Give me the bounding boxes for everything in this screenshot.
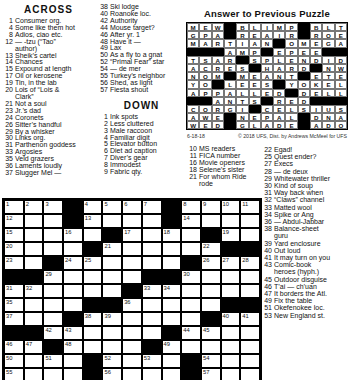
cell-number: 17 [124, 229, 130, 236]
grid-cell-r11c10[interactable] [181, 340, 201, 354]
grid-cell-r4c10[interactable] [181, 242, 201, 256]
grid-cell-r4c4[interactable] [63, 242, 83, 256]
answer-cell-r11c7: C [261, 105, 273, 113]
cell-number: 35 [6, 299, 12, 306]
grid-cell-r11c11[interactable] [201, 340, 221, 354]
grid-cell-r12c8[interactable]: 53 [142, 354, 162, 368]
grid-cell-r7c10[interactable] [181, 284, 201, 298]
answer-cell-r13c1: W [187, 121, 199, 129]
grid-cell-r12c13[interactable] [240, 354, 260, 368]
cell-number: 19 [223, 229, 229, 236]
answer-cell-r6c9: R [285, 64, 297, 72]
grid-cell-r6c6[interactable] [102, 270, 122, 284]
grid-cell-r2c12[interactable] [221, 214, 241, 228]
grid-cell-r7c12[interactable] [221, 284, 241, 298]
grid-cell-r4c9[interactable] [162, 242, 182, 256]
grid-cell-r9c9[interactable] [162, 312, 182, 326]
cell-number: 49 [164, 341, 170, 348]
grid-cell-r6c13[interactable] [240, 270, 260, 284]
answer-cell-r5c4: R [224, 56, 236, 64]
grid-cell-r7c3[interactable] [43, 284, 63, 298]
answer-cell-r9c10: D [298, 89, 310, 97]
grid-cell-r11c2[interactable]: 47 [24, 340, 44, 354]
grid-cell-r9c2[interactable] [24, 312, 44, 326]
answer-cell-r9c4: A [224, 89, 236, 97]
answer-cell-r12c6: E [249, 113, 261, 121]
grid-cell-r9c5[interactable]: 38 [83, 312, 103, 326]
answer-cell-r3c4: T [224, 39, 236, 47]
grid-cell-r3c2[interactable] [24, 228, 44, 242]
answer-cell-r13c6: L [249, 121, 261, 129]
cell-number: 10 [223, 201, 229, 208]
block-cell-r8c13 [240, 298, 260, 312]
grid-cell-r11c5[interactable] [83, 340, 103, 354]
cell-number: 26 [203, 257, 209, 264]
grid-cell-r1c13[interactable]: 11 [240, 200, 260, 214]
grid-cell-r1c12[interactable]: 10 [221, 200, 241, 214]
clue-number: 41 [261, 254, 274, 261]
block-cell-r12c10 [181, 354, 201, 368]
grid-cell-r5c1[interactable]: 23 [4, 256, 24, 270]
cell-number: 23 [6, 257, 12, 264]
grid-cell-r6c4[interactable] [63, 270, 83, 284]
cell-number: 21 [104, 243, 110, 250]
grid-cell-r7c1[interactable]: 31 [4, 284, 24, 298]
clue-down-9: 9Fabric qty. [97, 169, 186, 176]
grid-cell-r12c7[interactable] [122, 354, 142, 368]
cell-number: 7 [144, 201, 147, 208]
cell-number: 52 [104, 355, 110, 362]
answer-cell-r1c10 [298, 23, 310, 31]
answer-panel-title: Answer to Previous Puzzle [186, 8, 348, 19]
answer-cell-r10c2 [199, 97, 211, 105]
grid-cell-r6c10[interactable]: 30 [181, 270, 201, 284]
grid-cell-r12c3[interactable]: 51 [43, 354, 63, 368]
grid-cell-r2c1[interactable]: 12 [4, 214, 24, 228]
cell-number: 14 [183, 215, 189, 222]
grid-cell-r6c11[interactable] [201, 270, 221, 284]
clue-number: 31 [261, 189, 274, 196]
answer-cell-r3c10: M [298, 39, 310, 47]
answer-cell-r12c13: A [335, 113, 347, 121]
grid-cell-r2c7[interactable] [122, 214, 142, 228]
answer-cell-r3c5: I [236, 39, 248, 47]
answer-cell-r5c8: L [273, 56, 285, 64]
grid-cell-r11c1[interactable]: 46 [4, 340, 24, 354]
clue-number: 20 [2, 87, 15, 101]
clue-text: Kind of soup [274, 182, 332, 189]
grid-cell-r10c7[interactable] [122, 326, 142, 340]
grid-cell-r8c10[interactable] [181, 298, 201, 312]
grid-cell-r13c1[interactable]: 55 [4, 368, 24, 380]
cell-number: 20 [6, 243, 12, 250]
grid-cell-r1c8[interactable]: 7 [142, 200, 162, 214]
clue-text: It borders the Atl. [274, 290, 332, 297]
clue-number: 25 [261, 153, 274, 160]
clue-number: 21 [186, 174, 199, 188]
answer-cell-r8c3 [212, 80, 224, 88]
cell-number: 55 [6, 369, 12, 376]
across-header: ACROSS [2, 4, 95, 15]
grid-cell-r2c3[interactable] [43, 214, 63, 228]
grid-cell-r13c3[interactable] [43, 368, 63, 380]
answer-cell-r11c8: E [273, 105, 285, 113]
answer-cell-r3c2: A [199, 39, 211, 47]
clue-down-51: 51Okefenokee loc. [261, 304, 350, 311]
grid-cell-r2c10[interactable]: 14 [181, 214, 201, 228]
grid-cell-r8c3[interactable] [43, 298, 63, 312]
answer-cell-r5c1: T [187, 56, 199, 64]
grid-cell-r1c10[interactable]: 8 [181, 200, 201, 214]
answer-cell-r4c13 [335, 48, 347, 56]
puzzle-grid: 1234567891011121314151617181920212223242… [2, 198, 262, 380]
cell-number: 48 [65, 341, 71, 348]
cell-number: 3 [45, 201, 48, 208]
grid-cell-r13c8[interactable] [142, 368, 162, 380]
answer-cell-r7c5: M [236, 72, 248, 80]
grid-cell-r8c8[interactable] [142, 298, 162, 312]
cell-number: 9 [203, 201, 206, 208]
answer-cell-r9c6: L [249, 89, 261, 97]
clue-text: Okefenokee loc. [274, 304, 332, 311]
answer-cell-r3c11: E [310, 39, 322, 47]
answer-cell-r3c3: R [212, 39, 224, 47]
cell-number: 42 [45, 327, 51, 334]
cell-number: 18 [164, 229, 170, 236]
across-clue-list-continued: 38Ski lodge40Roanoke loc.42Authority44Mo… [97, 4, 186, 94]
block-cell-r9c4 [63, 312, 83, 326]
grid-cell-r11c9[interactable]: 49 [162, 340, 182, 354]
grid-cell-r10c5[interactable] [83, 326, 103, 340]
answer-cell-r11c1: C [187, 105, 199, 113]
grid-cell-r2c6[interactable] [102, 214, 122, 228]
answer-cell-r12c7: P [261, 113, 273, 121]
grid-cell-r13c13[interactable] [240, 368, 260, 380]
clue-down-22: 22Egad! [261, 146, 350, 153]
answer-cell-r1c2: E [199, 23, 211, 31]
grid-cell-r2c5[interactable]: 13 [83, 214, 103, 228]
grid-cell-r12c12[interactable] [221, 354, 241, 368]
clue-number: 12 [2, 39, 15, 53]
grid-cell-r4c11[interactable]: 22 [201, 242, 221, 256]
grid-cell-r1c1[interactable]: 1 [4, 200, 24, 214]
grid-cell-r10c12[interactable] [221, 326, 241, 340]
grid-cell-r1c11[interactable]: 9 [201, 200, 221, 214]
block-cell-r6c9 [162, 270, 182, 284]
grid-cell-r8c1[interactable]: 35 [4, 298, 24, 312]
answer-cell-r2c8: I [273, 31, 285, 39]
grid-cell-r7c9[interactable]: 34 [162, 284, 182, 298]
grid-cell-r5c2[interactable] [24, 256, 44, 270]
answer-cell-r1c7: I [261, 23, 273, 31]
block-cell-r3c11 [201, 228, 221, 242]
grid-cell-r9c10[interactable] [181, 312, 201, 326]
grid-cell-r7c4[interactable] [63, 284, 83, 298]
answer-cell-r6c7: H [261, 64, 273, 72]
grid-cell-r10c8[interactable] [142, 326, 162, 340]
grid-cell-r1c3[interactable]: 3 [43, 200, 63, 214]
block-cell-r7c7 [122, 284, 142, 298]
grid-cell-r13c11[interactable]: 57 [201, 368, 221, 380]
grid-cell-r10c10[interactable]: 44 [181, 326, 201, 340]
grid-cell-r11c12[interactable] [221, 340, 241, 354]
answer-cell-r2c4 [224, 31, 236, 39]
answer-cell-r10c8: R [273, 97, 285, 105]
answer-cell-r5c2: S [199, 56, 211, 64]
block-cell-r5c3 [43, 256, 63, 270]
grid-cell-r8c2[interactable] [24, 298, 44, 312]
answer-cell-r4c10: E [298, 48, 310, 56]
clue-text: Lois of “Lois & Clark” [15, 87, 77, 101]
grid-cell-r3c7[interactable]: 17 [122, 228, 142, 242]
grid-cell-r13c9[interactable] [162, 368, 182, 380]
cell-number: 53 [144, 355, 150, 362]
cell-number: 40 [223, 313, 229, 320]
grid-cell-r13c7[interactable] [122, 368, 142, 380]
grid-cell-r1c6[interactable]: 5 [102, 200, 122, 214]
answer-cell-r13c5: G [236, 121, 248, 129]
clue-down-28: 28— de deux [261, 168, 350, 175]
clue-down-49: 49Fix the table [261, 297, 350, 304]
grid-cell-r2c8[interactable] [142, 214, 162, 228]
answer-cell-r10c10: D [298, 97, 310, 105]
answer-cell-r8c6: E [249, 80, 261, 88]
grid-cell-r4c1[interactable]: 20 [4, 242, 24, 256]
grid-cell-r12c4[interactable] [63, 354, 83, 368]
clue-down-25: 25Quest ender? [261, 153, 350, 160]
grid-cell-r3c5[interactable] [83, 228, 103, 242]
cell-number: 57 [203, 369, 209, 376]
answer-cell-r10c6: S [249, 97, 261, 105]
grid-cell-r3c10[interactable] [181, 228, 201, 242]
clue-text: It may turn on you [274, 254, 332, 261]
grid-cell-r1c5[interactable]: 4 [83, 200, 103, 214]
answer-cell-r10c3: A [212, 97, 224, 105]
answer-cell-r12c10 [298, 113, 310, 121]
answer-cell-r12c1: A [187, 113, 199, 121]
cell-number: 56 [104, 369, 110, 376]
answer-cell-r1c11: B [310, 23, 322, 31]
cell-number: 33 [144, 285, 150, 292]
clue-text: Execs [274, 160, 332, 167]
grid-cell-r9c6[interactable]: 39 [102, 312, 122, 326]
clue-down-29: 29Whitewater thriller [261, 175, 350, 182]
answer-cell-r2c10 [298, 31, 310, 39]
clue-text: Egad! [274, 146, 332, 153]
answer-cell-r9c5: L [236, 89, 248, 97]
answer-cell-r13c4 [224, 121, 236, 129]
answer-cell-r13c3: D [212, 121, 224, 129]
grid-cell-r3c9[interactable]: 18 [162, 228, 182, 242]
grid-cell-r5c9[interactable] [162, 256, 182, 270]
clue-down-33: 33Matted wool [261, 204, 350, 211]
grid-cell-r4c7[interactable] [122, 242, 142, 256]
grid-cell-r3c13[interactable] [240, 228, 260, 242]
grid-cell-r1c2[interactable]: 2 [24, 200, 44, 214]
clue-down-36: 36— Abdul-Jabbar [261, 218, 350, 225]
grid-cell-r13c2[interactable] [24, 368, 44, 380]
answer-cell-r13c8: D [273, 121, 285, 129]
grid-cell-r5c6[interactable] [102, 256, 122, 270]
grid-cell-r12c2[interactable] [24, 354, 44, 368]
clue-down-40: 40Out loud [261, 247, 350, 254]
grid-cell-r11c4[interactable]: 48 [63, 340, 83, 354]
grid-cell-r5c13[interactable]: 28 [240, 256, 260, 270]
clue-text: Slugger Mel — [15, 170, 77, 177]
answer-cell-r11c11: I [310, 105, 322, 113]
grid-cell-r11c7[interactable] [122, 340, 142, 354]
crossword-page: ACROSS 1Consumer org.4Some like them hot… [0, 0, 350, 380]
grid-cell-r5c7[interactable] [122, 256, 142, 270]
answer-cell-r2c9: R [285, 31, 297, 39]
grid-cell-r13c12[interactable] [221, 368, 241, 380]
block-cell-r2c4 [63, 214, 83, 228]
clue-across-57: 57Fiesta shout [97, 87, 186, 94]
clue-text: Balance-sheet guru [274, 225, 332, 239]
grid-cell-r3c12[interactable]: 19 [221, 228, 241, 242]
grid-cell-r10c13[interactable] [240, 326, 260, 340]
grid-cell-r10c6[interactable] [102, 326, 122, 340]
grid-cell-r4c2[interactable] [24, 242, 44, 256]
grid-cell-r8c9[interactable] [162, 298, 182, 312]
grid-cell-r7c11[interactable] [201, 284, 221, 298]
answer-cell-r8c10: O [298, 80, 310, 88]
answer-cell-r8c1: Y [187, 80, 199, 88]
answer-cell-r9c13: L [335, 89, 347, 97]
block-cell-r6c1 [4, 270, 24, 284]
grid-cell-r6c3[interactable]: 29 [43, 270, 63, 284]
grid-cell-r6c12[interactable] [221, 270, 241, 284]
clue-number: 43 [261, 261, 274, 275]
answer-cell-r4c12 [322, 48, 334, 56]
answer-cell-r10c7 [261, 97, 273, 105]
grid-cell-r7c5[interactable] [83, 284, 103, 298]
grid-cell-r10c11[interactable]: 45 [201, 326, 221, 340]
grid-cell-r9c8[interactable] [142, 312, 162, 326]
grid-cell-r7c6[interactable] [102, 284, 122, 298]
grid-cell-r2c11[interactable] [201, 214, 221, 228]
cell-number: 2 [26, 201, 29, 208]
grid-cell-r12c11[interactable]: 54 [201, 354, 221, 368]
clue-text: Out loud [274, 247, 332, 254]
block-cell-r8c6 [102, 298, 122, 312]
cell-number: 16 [65, 229, 71, 236]
grid-cell-r6c7[interactable] [122, 270, 142, 284]
clue-across-12: 12— -tzu (“Tao” author) [2, 39, 95, 53]
answer-cell-r4c3 [212, 48, 224, 56]
answer-cell-r6c13: W [335, 64, 347, 72]
grid-cell-r8c11[interactable] [201, 298, 221, 312]
puzzle-date: 6-18-18 [187, 133, 205, 139]
clue-text: Fix the table [274, 297, 332, 304]
grid-cell-r9c13[interactable]: 41 [240, 312, 260, 326]
grid-cell-r4c6[interactable]: 21 [102, 242, 122, 256]
grid-cell-r3c8[interactable] [142, 228, 162, 242]
grid-cell-r9c12[interactable]: 40 [221, 312, 241, 326]
clue-text: — de deux [274, 168, 332, 175]
grid-cell-r11c6[interactable] [102, 340, 122, 354]
clue-number: 57 [97, 87, 110, 94]
clue-text: Yard enclosure [274, 240, 332, 247]
answer-cell-r1c4 [224, 23, 236, 31]
grid-cell-r13c6[interactable]: 56 [102, 368, 122, 380]
answer-cell-r2c12: O [322, 31, 334, 39]
grid-cell-r5c4[interactable]: 24 [63, 256, 83, 270]
answer-cell-r2c11: R [310, 31, 322, 39]
answer-cell-r5c13: D [335, 56, 347, 64]
grid-cell-r5c5[interactable]: 25 [83, 256, 103, 270]
answer-cell-r4c7 [261, 48, 273, 56]
grid-cell-r4c3[interactable] [43, 242, 63, 256]
answer-cell-r2c6: E [249, 31, 261, 39]
answer-cell-r1c12: L [322, 23, 334, 31]
cell-number: 50 [6, 355, 12, 362]
clue-number: 22 [261, 146, 274, 153]
cell-number: 5 [104, 201, 107, 208]
grid-cell-r9c1[interactable]: 37 [4, 312, 24, 326]
clue-text: Way back when [274, 189, 332, 196]
grid-cell-r5c12[interactable]: 27 [221, 256, 241, 270]
grid-cell-r10c4[interactable]: 43 [63, 326, 83, 340]
grid-cell-r1c7[interactable]: 6 [122, 200, 142, 214]
grid-cell-r5c11[interactable]: 26 [201, 256, 221, 270]
answer-cell-r5c12: I [322, 56, 334, 64]
grid-cell-r9c7[interactable] [122, 312, 142, 326]
grid-cell-r2c13[interactable] [240, 214, 260, 228]
grid-cell-r3c3[interactable] [43, 228, 63, 242]
grid-cell-r12c9[interactable] [162, 354, 182, 368]
answer-cell-r5c9: E [285, 56, 297, 64]
clue-number: 36 [261, 218, 274, 225]
grid-cell-r11c13[interactable] [240, 340, 260, 354]
cell-number: 47 [26, 341, 32, 348]
grid-cell-r12c6[interactable]: 52 [102, 354, 122, 368]
answer-cell-r7c8: N [273, 72, 285, 80]
clue-down-30: 30Kind of soup [261, 182, 350, 189]
grid-cell-r2c2[interactable] [24, 214, 44, 228]
block-cell-r8c12 [221, 298, 241, 312]
grid-cell-r8c7[interactable]: 36 [122, 298, 142, 312]
grid-cell-r4c8[interactable] [142, 242, 162, 256]
grid-cell-r10c3[interactable]: 42 [43, 326, 63, 340]
grid-cell-r5c8[interactable] [142, 256, 162, 270]
answer-cell-r8c4: L [224, 80, 236, 88]
grid-cell-r7c2[interactable]: 32 [24, 284, 44, 298]
answer-cell-r10c12 [322, 97, 334, 105]
answer-cell-r4c1 [187, 48, 199, 56]
answer-cell-r9c2: P [199, 89, 211, 97]
clue-text: Whitewater thriller [274, 175, 332, 182]
clue-number: 37 [2, 170, 15, 177]
cell-number: 44 [183, 327, 189, 334]
answer-cell-r6c8: A [273, 64, 285, 72]
answer-cell-r6c12: N [322, 64, 334, 72]
answer-cell-r13c11: A [310, 121, 322, 129]
block-cell-r4c12 [221, 242, 241, 256]
answer-cell-r12c8: A [273, 113, 285, 121]
grid-cell-r7c13[interactable] [240, 284, 260, 298]
grid-cell-r8c4[interactable] [63, 298, 83, 312]
grid-cell-r6c5[interactable] [83, 270, 103, 284]
clue-down-53: 53New England st. [261, 312, 350, 319]
grid-cell-r7c8[interactable]: 33 [142, 284, 162, 298]
grid-cell-r3c1[interactable]: 15 [4, 228, 24, 242]
grid-cell-r12c1[interactable]: 50 [4, 354, 24, 368]
answer-cell-r8c12: E [322, 80, 334, 88]
grid-cell-r13c4[interactable] [63, 368, 83, 380]
grid-cell-r3c4[interactable]: 16 [63, 228, 83, 242]
grid-cell-r9c3[interactable] [43, 312, 63, 326]
